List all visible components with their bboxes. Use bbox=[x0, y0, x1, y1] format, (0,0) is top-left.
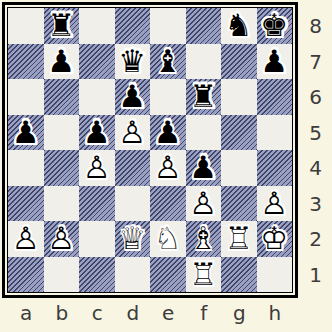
square-d5[interactable]: ♟♙ bbox=[115, 115, 151, 151]
square-a3[interactable] bbox=[8, 186, 44, 222]
square-c1[interactable] bbox=[79, 257, 115, 293]
black-queen: ♛ bbox=[115, 44, 151, 80]
square-c4[interactable]: ♟♙ bbox=[79, 150, 115, 186]
square-b6[interactable] bbox=[44, 79, 80, 115]
black-rook-fill: ♜ bbox=[41, 6, 81, 46]
black-pawn-fill: ♟ bbox=[41, 41, 81, 81]
file-labels: abcdefgh bbox=[9, 300, 293, 326]
black-queen-fill: ♛ bbox=[112, 41, 152, 81]
square-b4[interactable] bbox=[44, 150, 80, 186]
rank-label-4: 4 bbox=[299, 151, 332, 187]
square-c3[interactable] bbox=[79, 186, 115, 222]
rank-label-2: 2 bbox=[299, 222, 332, 258]
black-rook: ♜ bbox=[44, 8, 80, 44]
square-b5[interactable] bbox=[44, 115, 80, 151]
rank-label-5: 5 bbox=[299, 115, 332, 151]
square-c5[interactable]: ♟♟ bbox=[79, 115, 115, 151]
square-f5[interactable] bbox=[186, 115, 222, 151]
black-pawn-fill: ♟ bbox=[77, 112, 117, 152]
square-f4[interactable]: ♟♟ bbox=[186, 150, 222, 186]
rank-label-6: 6 bbox=[299, 80, 332, 116]
white-pawn-fill: ♟ bbox=[7, 220, 44, 257]
rank-label-3: 3 bbox=[299, 186, 332, 222]
square-a5[interactable]: ♟♟ bbox=[8, 115, 44, 151]
square-h5[interactable] bbox=[257, 115, 293, 151]
rank-label-7: 7 bbox=[299, 44, 332, 80]
square-a1[interactable] bbox=[8, 257, 44, 293]
white-king: ♔ bbox=[257, 221, 293, 257]
black-rook: ♜ bbox=[186, 79, 222, 115]
square-f2[interactable]: ♝♗ bbox=[186, 221, 222, 257]
square-e5[interactable]: ♟♟ bbox=[150, 115, 186, 151]
black-pawn: ♟ bbox=[79, 115, 115, 151]
black-pawn-fill: ♟ bbox=[6, 112, 46, 152]
white-rook-fill: ♜ bbox=[185, 256, 222, 293]
square-f7[interactable] bbox=[186, 44, 222, 80]
white-pawn-fill: ♟ bbox=[114, 114, 151, 151]
square-f1[interactable]: ♜♖ bbox=[186, 257, 222, 293]
square-h6[interactable] bbox=[257, 79, 293, 115]
chess-board: ♜♜♞♞♚♚♟♟♛♛♝♝♟♟♟♟♜♜♟♟♟♟♟♙♟♟♟♙♟♙♟♟♟♙♟♙♟♙♟♙… bbox=[8, 8, 292, 292]
black-knight: ♞ bbox=[221, 8, 257, 44]
black-king: ♚ bbox=[257, 8, 293, 44]
file-label-b: b bbox=[44, 300, 80, 326]
black-pawn-fill: ♟ bbox=[183, 148, 223, 188]
diagram-stage: ♜♜♞♞♚♚♟♟♛♛♝♝♟♟♟♟♜♜♟♟♟♟♟♙♟♟♟♙♟♙♟♟♟♙♟♙♟♙♟♙… bbox=[0, 0, 332, 332]
file-label-f: f bbox=[186, 300, 222, 326]
square-g2[interactable]: ♜♖ bbox=[221, 221, 257, 257]
white-rook-fill: ♜ bbox=[220, 220, 257, 257]
square-a2[interactable]: ♟♙ bbox=[8, 221, 44, 257]
square-g6[interactable] bbox=[221, 79, 257, 115]
white-queen-fill: ♛ bbox=[114, 220, 151, 257]
white-pawn-fill: ♟ bbox=[43, 220, 80, 257]
square-f3[interactable]: ♟♙ bbox=[186, 186, 222, 222]
square-g1[interactable] bbox=[221, 257, 257, 293]
square-g5[interactable] bbox=[221, 115, 257, 151]
white-pawn-fill: ♟ bbox=[149, 149, 186, 186]
white-pawn: ♙ bbox=[8, 221, 44, 257]
square-e3[interactable] bbox=[150, 186, 186, 222]
square-a7[interactable] bbox=[8, 44, 44, 80]
black-rook-fill: ♜ bbox=[183, 77, 223, 117]
square-h4[interactable] bbox=[257, 150, 293, 186]
file-label-e: e bbox=[151, 300, 187, 326]
square-d7[interactable]: ♛♛ bbox=[115, 44, 151, 80]
square-d6[interactable]: ♟♟ bbox=[115, 79, 151, 115]
square-h8[interactable]: ♚♚ bbox=[257, 8, 293, 44]
square-e7[interactable]: ♝♝ bbox=[150, 44, 186, 80]
square-e2[interactable]: ♞♘ bbox=[150, 221, 186, 257]
white-rook: ♖ bbox=[221, 221, 257, 257]
rank-label-8: 8 bbox=[299, 9, 332, 45]
file-label-d: d bbox=[115, 300, 151, 326]
black-knight-fill: ♞ bbox=[219, 6, 259, 46]
black-pawn-fill: ♟ bbox=[254, 41, 294, 81]
black-pawn: ♟ bbox=[186, 150, 222, 186]
square-d1[interactable] bbox=[115, 257, 151, 293]
square-d3[interactable] bbox=[115, 186, 151, 222]
white-knight: ♘ bbox=[150, 221, 186, 257]
black-pawn: ♟ bbox=[257, 44, 293, 80]
square-h1[interactable] bbox=[257, 257, 293, 293]
square-g3[interactable] bbox=[221, 186, 257, 222]
square-f8[interactable] bbox=[186, 8, 222, 44]
square-b8[interactable]: ♜♜ bbox=[44, 8, 80, 44]
white-pawn: ♙ bbox=[115, 115, 151, 151]
black-bishop: ♝ bbox=[150, 44, 186, 80]
white-bishop-fill: ♝ bbox=[185, 220, 222, 257]
square-b3[interactable] bbox=[44, 186, 80, 222]
square-a4[interactable] bbox=[8, 150, 44, 186]
square-h2[interactable]: ♚♔ bbox=[257, 221, 293, 257]
square-e8[interactable] bbox=[150, 8, 186, 44]
square-b7[interactable]: ♟♟ bbox=[44, 44, 80, 80]
rank-labels: 87654321 bbox=[299, 9, 332, 293]
square-h7[interactable]: ♟♟ bbox=[257, 44, 293, 80]
square-e4[interactable]: ♟♙ bbox=[150, 150, 186, 186]
square-g8[interactable]: ♞♞ bbox=[221, 8, 257, 44]
black-king-fill: ♚ bbox=[254, 6, 294, 46]
white-queen: ♕ bbox=[115, 221, 151, 257]
white-pawn: ♙ bbox=[150, 150, 186, 186]
square-c7[interactable] bbox=[79, 44, 115, 80]
square-h3[interactable]: ♟♙ bbox=[257, 186, 293, 222]
file-label-a: a bbox=[9, 300, 45, 326]
board-frame: ♜♜♞♞♚♚♟♟♛♛♝♝♟♟♟♟♜♜♟♟♟♟♟♙♟♟♟♙♟♙♟♟♟♙♟♙♟♙♟♙… bbox=[2, 2, 298, 298]
square-b1[interactable] bbox=[44, 257, 80, 293]
square-c8[interactable] bbox=[79, 8, 115, 44]
square-d4[interactable] bbox=[115, 150, 151, 186]
file-label-g: g bbox=[222, 300, 258, 326]
black-bishop-fill: ♝ bbox=[148, 41, 188, 81]
square-c6[interactable] bbox=[79, 79, 115, 115]
white-king-fill: ♚ bbox=[256, 220, 293, 257]
black-pawn: ♟ bbox=[115, 79, 151, 115]
white-bishop: ♗ bbox=[186, 221, 222, 257]
white-pawn: ♙ bbox=[257, 186, 293, 222]
black-pawn-fill: ♟ bbox=[148, 112, 188, 152]
black-pawn: ♟ bbox=[44, 44, 80, 80]
square-a6[interactable] bbox=[8, 79, 44, 115]
white-pawn-fill: ♟ bbox=[256, 185, 293, 222]
file-label-c: c bbox=[80, 300, 116, 326]
board-inner-frame: ♜♜♞♞♚♚♟♟♛♛♝♝♟♟♟♟♜♜♟♟♟♟♟♙♟♟♟♙♟♙♟♟♟♙♟♙♟♙♟♙… bbox=[7, 7, 293, 293]
white-pawn-fill: ♟ bbox=[185, 185, 222, 222]
black-pawn: ♟ bbox=[8, 115, 44, 151]
square-g7[interactable] bbox=[221, 44, 257, 80]
square-g4[interactable] bbox=[221, 150, 257, 186]
square-b2[interactable]: ♟♙ bbox=[44, 221, 80, 257]
black-pawn: ♟ bbox=[150, 115, 186, 151]
file-label-h: h bbox=[257, 300, 293, 326]
white-pawn: ♙ bbox=[79, 150, 115, 186]
square-e1[interactable] bbox=[150, 257, 186, 293]
square-f6[interactable]: ♜♜ bbox=[186, 79, 222, 115]
white-rook: ♖ bbox=[186, 257, 222, 293]
white-pawn: ♙ bbox=[186, 186, 222, 222]
white-pawn: ♙ bbox=[44, 221, 80, 257]
rank-label-1: 1 bbox=[299, 257, 332, 293]
white-pawn-fill: ♟ bbox=[78, 149, 115, 186]
black-pawn-fill: ♟ bbox=[112, 77, 152, 117]
square-d8[interactable] bbox=[115, 8, 151, 44]
square-e6[interactable] bbox=[150, 79, 186, 115]
square-d2[interactable]: ♛♕ bbox=[115, 221, 151, 257]
square-c2[interactable] bbox=[79, 221, 115, 257]
white-knight-fill: ♞ bbox=[149, 220, 186, 257]
square-a8[interactable] bbox=[8, 8, 44, 44]
